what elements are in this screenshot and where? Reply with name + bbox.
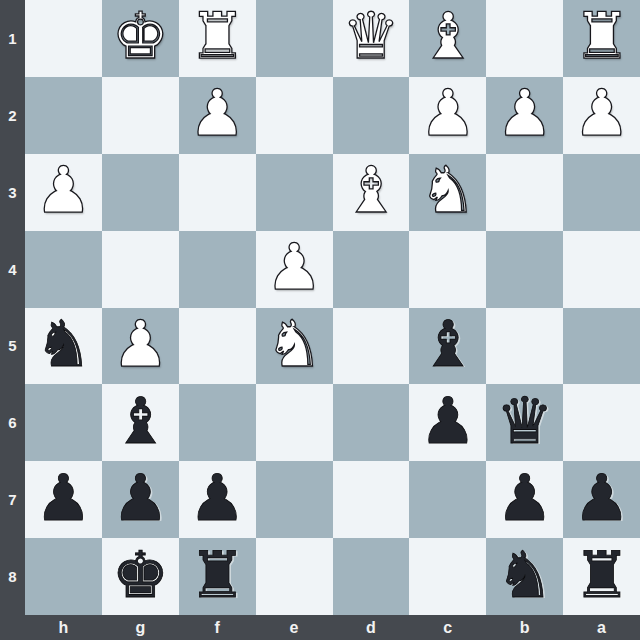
piece-black-rook: ♜ bbox=[573, 543, 630, 607]
square-a7[interactable]: ♟ bbox=[563, 461, 640, 538]
square-e1[interactable] bbox=[256, 0, 333, 77]
rank-label-4: 4 bbox=[0, 231, 25, 308]
square-e3[interactable] bbox=[256, 154, 333, 231]
square-h2[interactable] bbox=[25, 77, 102, 154]
piece-black-bishop: ♝ bbox=[112, 389, 169, 453]
file-label-c: c bbox=[409, 615, 486, 640]
file-label-g: g bbox=[102, 615, 179, 640]
rank-label-3: 3 bbox=[0, 154, 25, 231]
piece-white-pawn: ♟ bbox=[112, 312, 169, 376]
square-c6[interactable]: ♟ bbox=[409, 384, 486, 461]
square-g4[interactable] bbox=[102, 231, 179, 308]
square-c1[interactable]: ♝ bbox=[409, 0, 486, 77]
square-b5[interactable] bbox=[486, 308, 563, 385]
piece-white-king: ♚ bbox=[112, 4, 169, 68]
square-c8[interactable] bbox=[409, 538, 486, 615]
square-d7[interactable] bbox=[333, 461, 410, 538]
square-a3[interactable] bbox=[563, 154, 640, 231]
square-f7[interactable]: ♟ bbox=[179, 461, 256, 538]
piece-white-pawn: ♟ bbox=[419, 81, 476, 145]
square-b4[interactable] bbox=[486, 231, 563, 308]
square-h3[interactable]: ♟ bbox=[25, 154, 102, 231]
rank-label-8: 8 bbox=[0, 538, 25, 615]
square-d4[interactable] bbox=[333, 231, 410, 308]
square-h5[interactable]: ♞ bbox=[25, 308, 102, 385]
file-label-f: f bbox=[179, 615, 256, 640]
square-b3[interactable] bbox=[486, 154, 563, 231]
square-g2[interactable] bbox=[102, 77, 179, 154]
piece-white-queen: ♛ bbox=[342, 4, 399, 68]
piece-white-pawn: ♟ bbox=[265, 235, 322, 299]
piece-black-knight: ♞ bbox=[496, 543, 553, 607]
square-f5[interactable] bbox=[179, 308, 256, 385]
square-a5[interactable] bbox=[563, 308, 640, 385]
square-h6[interactable] bbox=[25, 384, 102, 461]
piece-white-bishop: ♝ bbox=[419, 4, 476, 68]
square-f2[interactable]: ♟ bbox=[179, 77, 256, 154]
square-a6[interactable] bbox=[563, 384, 640, 461]
square-g6[interactable]: ♝ bbox=[102, 384, 179, 461]
piece-white-knight: ♞ bbox=[419, 158, 476, 222]
piece-black-pawn: ♟ bbox=[189, 466, 246, 530]
square-b1[interactable] bbox=[486, 0, 563, 77]
square-d3[interactable]: ♝ bbox=[333, 154, 410, 231]
square-b7[interactable]: ♟ bbox=[486, 461, 563, 538]
square-g7[interactable]: ♟ bbox=[102, 461, 179, 538]
piece-black-rook: ♜ bbox=[189, 543, 246, 607]
square-f3[interactable] bbox=[179, 154, 256, 231]
square-d2[interactable] bbox=[333, 77, 410, 154]
file-label-e: e bbox=[256, 615, 333, 640]
square-g8[interactable]: ♚ bbox=[102, 538, 179, 615]
piece-black-king: ♚ bbox=[112, 543, 169, 607]
square-g1[interactable]: ♚ bbox=[102, 0, 179, 77]
square-a8[interactable]: ♜ bbox=[563, 538, 640, 615]
piece-black-knight: ♞ bbox=[35, 312, 92, 376]
square-a4[interactable] bbox=[563, 231, 640, 308]
square-e4[interactable]: ♟ bbox=[256, 231, 333, 308]
square-e7[interactable] bbox=[256, 461, 333, 538]
piece-black-bishop: ♝ bbox=[419, 312, 476, 376]
piece-black-pawn: ♟ bbox=[112, 466, 169, 530]
square-f6[interactable] bbox=[179, 384, 256, 461]
piece-black-queen: ♛ bbox=[496, 389, 553, 453]
square-a2[interactable]: ♟ bbox=[563, 77, 640, 154]
square-b2[interactable]: ♟ bbox=[486, 77, 563, 154]
rank-label-2: 2 bbox=[0, 77, 25, 154]
square-c2[interactable]: ♟ bbox=[409, 77, 486, 154]
square-h4[interactable] bbox=[25, 231, 102, 308]
rank-label-1: 1 bbox=[0, 0, 25, 77]
square-d6[interactable] bbox=[333, 384, 410, 461]
square-g3[interactable] bbox=[102, 154, 179, 231]
square-f4[interactable] bbox=[179, 231, 256, 308]
square-e5[interactable]: ♞ bbox=[256, 308, 333, 385]
file-label-a: a bbox=[563, 615, 640, 640]
square-c3[interactable]: ♞ bbox=[409, 154, 486, 231]
square-a1[interactable]: ♜ bbox=[563, 0, 640, 77]
square-f8[interactable]: ♜ bbox=[179, 538, 256, 615]
file-label-d: d bbox=[333, 615, 410, 640]
piece-black-pawn: ♟ bbox=[419, 389, 476, 453]
square-d8[interactable] bbox=[333, 538, 410, 615]
file-label-h: h bbox=[25, 615, 102, 640]
rank-label-5: 5 bbox=[0, 308, 25, 385]
piece-black-pawn: ♟ bbox=[496, 466, 553, 530]
chessboard: 1♚♜♛♝♜2♟♟♟♟3♟♝♞4♟5♞♟♞♝6♝♟♛7♟♟♟♟♟8♚♜♞♜hgf… bbox=[0, 0, 640, 640]
board-corner bbox=[0, 615, 25, 640]
square-h7[interactable]: ♟ bbox=[25, 461, 102, 538]
piece-white-rook: ♜ bbox=[189, 4, 246, 68]
piece-black-pawn: ♟ bbox=[35, 466, 92, 530]
square-d1[interactable]: ♛ bbox=[333, 0, 410, 77]
piece-white-pawn: ♟ bbox=[35, 158, 92, 222]
square-e8[interactable] bbox=[256, 538, 333, 615]
piece-white-pawn: ♟ bbox=[573, 81, 630, 145]
square-g5[interactable]: ♟ bbox=[102, 308, 179, 385]
piece-white-rook: ♜ bbox=[573, 4, 630, 68]
square-b6[interactable]: ♛ bbox=[486, 384, 563, 461]
rank-label-6: 6 bbox=[0, 384, 25, 461]
rank-label-7: 7 bbox=[0, 461, 25, 538]
piece-white-knight: ♞ bbox=[265, 312, 322, 376]
piece-black-pawn: ♟ bbox=[573, 466, 630, 530]
square-e2[interactable] bbox=[256, 77, 333, 154]
piece-white-pawn: ♟ bbox=[496, 81, 553, 145]
square-c4[interactable] bbox=[409, 231, 486, 308]
file-label-b: b bbox=[486, 615, 563, 640]
square-b8[interactable]: ♞ bbox=[486, 538, 563, 615]
square-h1[interactable] bbox=[25, 0, 102, 77]
piece-white-bishop: ♝ bbox=[342, 158, 399, 222]
square-c7[interactable] bbox=[409, 461, 486, 538]
square-e6[interactable] bbox=[256, 384, 333, 461]
square-c5[interactable]: ♝ bbox=[409, 308, 486, 385]
square-f1[interactable]: ♜ bbox=[179, 0, 256, 77]
piece-white-pawn: ♟ bbox=[189, 81, 246, 145]
square-d5[interactable] bbox=[333, 308, 410, 385]
square-h8[interactable] bbox=[25, 538, 102, 615]
